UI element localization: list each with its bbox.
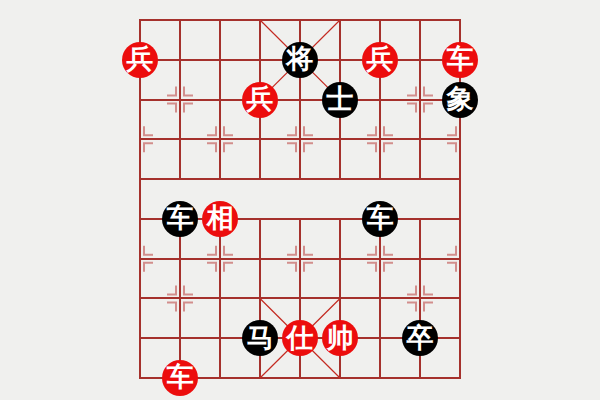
piece-black-soldier[interactable]: 卒 — [402, 320, 438, 356]
piece-black-horse[interactable]: 马 — [242, 320, 278, 356]
piece-black-chariot[interactable]: 车 — [162, 201, 198, 237]
piece-red-advisor[interactable]: 仕 — [282, 320, 318, 356]
piece-red-general[interactable]: 帅 — [322, 320, 358, 356]
piece-red-elephant[interactable]: 相 — [202, 201, 238, 237]
piece-red-soldier[interactable]: 兵 — [242, 82, 278, 118]
piece-black-elephant[interactable]: 象 — [442, 82, 478, 118]
piece-red-chariot[interactable]: 车 — [442, 42, 478, 78]
piece-black-general[interactable]: 将 — [282, 42, 318, 78]
piece-red-chariot[interactable]: 车 — [162, 360, 198, 396]
piece-red-soldier[interactable]: 兵 — [122, 42, 158, 78]
xiangqi-board-area: 兵将兵车兵士象车相车马仕帅卒车 — [0, 0, 600, 400]
pieces-layer: 兵将兵车兵士象车相车马仕帅卒车 — [120, 0, 480, 398]
piece-black-advisor[interactable]: 士 — [322, 82, 358, 118]
piece-red-soldier[interactable]: 兵 — [362, 42, 398, 78]
piece-black-chariot[interactable]: 车 — [362, 201, 398, 237]
